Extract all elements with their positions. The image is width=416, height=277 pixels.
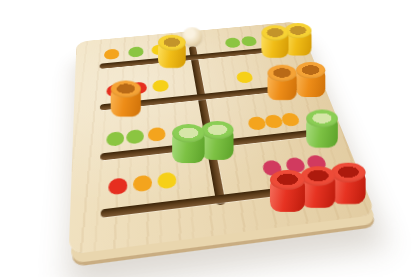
green-peg[interactable] (306, 110, 338, 148)
green-guide-dot (224, 37, 241, 48)
product-photo-scene (0, 0, 416, 277)
orange-peg[interactable] (267, 65, 296, 100)
orange-guide-dot (280, 112, 301, 127)
red-peg[interactable] (269, 170, 304, 212)
game-board (69, 21, 377, 254)
orange-peg[interactable] (296, 62, 325, 97)
orange-peg[interactable] (111, 80, 141, 116)
orange-guide-dot (247, 116, 267, 131)
green-guide-dot (240, 35, 257, 46)
yellow-guide-dot (235, 71, 254, 84)
green-guide-dot (128, 46, 144, 58)
green-guide-dot (126, 129, 145, 145)
yellow-peg[interactable] (262, 25, 289, 58)
orange-guide-dot (148, 126, 167, 142)
orange-guide-dot (104, 48, 120, 60)
orange-guide-dot (263, 114, 284, 129)
yellow-guide-dot (152, 79, 169, 92)
red-peg[interactable] (331, 163, 366, 205)
red-peg[interactable] (301, 166, 336, 208)
green-peg[interactable] (201, 121, 233, 160)
green-guide-dot (106, 131, 124, 147)
red-guide-dot (108, 177, 128, 195)
orange-guide-dot (133, 174, 153, 192)
yellow-peg[interactable] (158, 35, 186, 68)
green-peg[interactable] (172, 124, 205, 163)
yellow-peg[interactable] (285, 23, 312, 56)
yellow-guide-dot (157, 171, 177, 189)
